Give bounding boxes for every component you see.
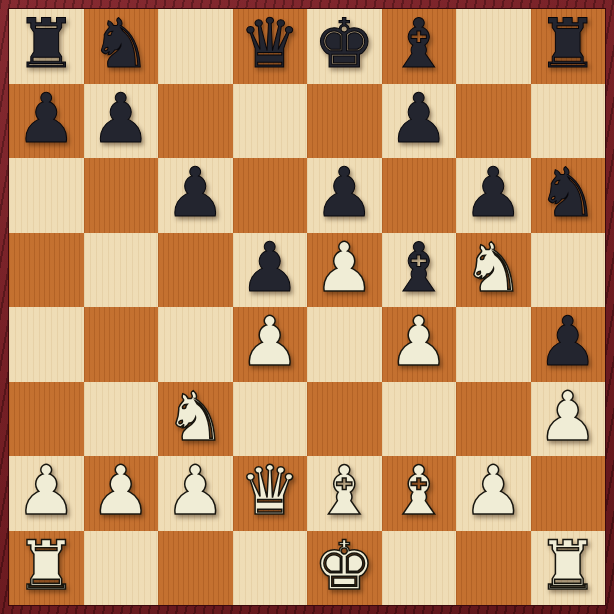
square-d2[interactable]: ♛ [233,456,308,531]
square-d1[interactable] [233,531,308,606]
square-a8[interactable]: ♜ [9,9,84,84]
square-a3[interactable] [9,382,84,457]
square-h3[interactable]: ♟ [531,382,606,457]
piece-black-rook[interactable]: ♜ [16,10,77,78]
board-frame: ♜♞♛♚♝♜♟♟♟♟♟♟♞♟♟♝♞♟♟♟♞♟♟♟♟♛♝♝♟♜♚♜ [0,0,614,614]
square-d3[interactable] [233,382,308,457]
piece-white-knight[interactable]: ♞ [463,234,524,302]
square-f3[interactable] [382,382,457,457]
square-g7[interactable] [456,84,531,159]
square-e6[interactable]: ♟ [307,158,382,233]
square-a4[interactable] [9,307,84,382]
piece-black-pawn[interactable]: ♟ [239,234,300,302]
piece-black-queen[interactable]: ♛ [239,10,300,78]
piece-black-rook[interactable]: ♜ [537,10,598,78]
square-h1[interactable]: ♜ [531,531,606,606]
square-e7[interactable] [307,84,382,159]
square-d5[interactable]: ♟ [233,233,308,308]
square-a5[interactable] [9,233,84,308]
square-d4[interactable]: ♟ [233,307,308,382]
square-c1[interactable] [158,531,233,606]
piece-white-bishop[interactable]: ♝ [388,457,449,525]
square-e8[interactable]: ♚ [307,9,382,84]
square-b2[interactable]: ♟ [84,456,159,531]
square-e5[interactable]: ♟ [307,233,382,308]
piece-black-pawn[interactable]: ♟ [537,308,598,376]
piece-white-bishop[interactable]: ♝ [314,457,375,525]
chess-board: ♜♞♛♚♝♜♟♟♟♟♟♟♞♟♟♝♞♟♟♟♞♟♟♟♟♛♝♝♟♜♚♜ [8,8,606,606]
square-g2[interactable]: ♟ [456,456,531,531]
square-b7[interactable]: ♟ [84,84,159,159]
piece-black-knight[interactable]: ♞ [90,10,151,78]
square-e1[interactable]: ♚ [307,531,382,606]
square-b4[interactable] [84,307,159,382]
square-f5[interactable]: ♝ [382,233,457,308]
square-c8[interactable] [158,9,233,84]
piece-white-queen[interactable]: ♛ [239,457,300,525]
square-c6[interactable]: ♟ [158,158,233,233]
square-a6[interactable] [9,158,84,233]
piece-white-pawn[interactable]: ♟ [165,457,226,525]
square-g1[interactable] [456,531,531,606]
square-g4[interactable] [456,307,531,382]
square-c3[interactable]: ♞ [158,382,233,457]
piece-white-king[interactable]: ♚ [314,532,375,600]
square-f6[interactable] [382,158,457,233]
piece-black-pawn[interactable]: ♟ [90,85,151,153]
square-c2[interactable]: ♟ [158,456,233,531]
piece-black-pawn[interactable]: ♟ [388,85,449,153]
square-d6[interactable] [233,158,308,233]
square-f4[interactable]: ♟ [382,307,457,382]
square-h5[interactable] [531,233,606,308]
square-g3[interactable] [456,382,531,457]
piece-black-knight[interactable]: ♞ [537,159,598,227]
piece-white-pawn[interactable]: ♟ [537,383,598,451]
piece-white-pawn[interactable]: ♟ [463,457,524,525]
square-f2[interactable]: ♝ [382,456,457,531]
piece-black-pawn[interactable]: ♟ [463,159,524,227]
square-g6[interactable]: ♟ [456,158,531,233]
piece-white-pawn[interactable]: ♟ [16,457,77,525]
square-a2[interactable]: ♟ [9,456,84,531]
square-c4[interactable] [158,307,233,382]
square-h6[interactable]: ♞ [531,158,606,233]
square-b5[interactable] [84,233,159,308]
piece-white-knight[interactable]: ♞ [165,383,226,451]
square-c7[interactable] [158,84,233,159]
piece-black-pawn[interactable]: ♟ [165,159,226,227]
square-a1[interactable]: ♜ [9,531,84,606]
square-f1[interactable] [382,531,457,606]
square-f7[interactable]: ♟ [382,84,457,159]
piece-black-king[interactable]: ♚ [314,10,375,78]
square-a7[interactable]: ♟ [9,84,84,159]
piece-black-bishop[interactable]: ♝ [388,234,449,302]
piece-black-pawn[interactable]: ♟ [314,159,375,227]
square-d7[interactable] [233,84,308,159]
piece-white-pawn[interactable]: ♟ [314,234,375,302]
square-e4[interactable] [307,307,382,382]
piece-black-bishop[interactable]: ♝ [388,10,449,78]
piece-white-pawn[interactable]: ♟ [388,308,449,376]
square-b6[interactable] [84,158,159,233]
square-e3[interactable] [307,382,382,457]
square-g8[interactable] [456,9,531,84]
piece-white-rook[interactable]: ♜ [537,532,598,600]
square-h8[interactable]: ♜ [531,9,606,84]
square-g5[interactable]: ♞ [456,233,531,308]
piece-white-rook[interactable]: ♜ [16,532,77,600]
square-b3[interactable] [84,382,159,457]
square-h4[interactable]: ♟ [531,307,606,382]
piece-white-pawn[interactable]: ♟ [239,308,300,376]
square-f8[interactable]: ♝ [382,9,457,84]
square-h2[interactable] [531,456,606,531]
piece-black-pawn[interactable]: ♟ [16,85,77,153]
square-b8[interactable]: ♞ [84,9,159,84]
square-b1[interactable] [84,531,159,606]
square-e2[interactable]: ♝ [307,456,382,531]
square-h7[interactable] [531,84,606,159]
piece-white-pawn[interactable]: ♟ [90,457,151,525]
square-d8[interactable]: ♛ [233,9,308,84]
square-c5[interactable] [158,233,233,308]
